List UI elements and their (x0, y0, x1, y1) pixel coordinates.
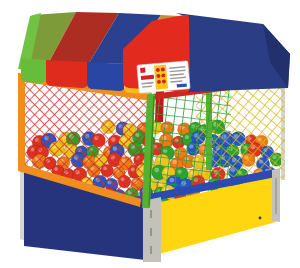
warning-label (137, 61, 190, 93)
label-pictogram-panel (154, 65, 168, 90)
ball-pit-photo (0, 0, 300, 268)
label-brand-mark (140, 68, 145, 73)
valance-green (21, 58, 46, 83)
ball-pit-scene (0, 0, 300, 268)
valance-red (46, 60, 88, 88)
net-trim-left (18, 73, 25, 170)
valance-blue (87, 62, 125, 91)
base-rivet (259, 217, 262, 220)
